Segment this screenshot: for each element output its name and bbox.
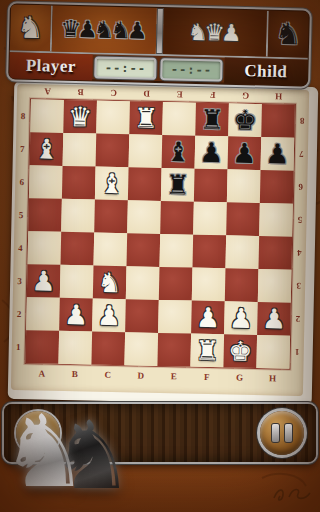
piece-black-rook[interactable]: ♜ (165, 171, 190, 199)
coord-label: 8 (16, 99, 30, 132)
square-c2[interactable]: ♟ (92, 299, 126, 333)
coord-label: D (130, 86, 163, 101)
medallion-decor (16, 411, 60, 455)
square-c7[interactable] (96, 134, 130, 168)
square-g8[interactable]: ♚ (228, 103, 262, 137)
chess-app-screen: { "game": "chess", "position": { "fen": … (0, 0, 320, 512)
square-d4[interactable] (127, 233, 161, 267)
pause-icon (272, 424, 279, 442)
square-h7[interactable]: ♟ (261, 137, 295, 171)
square-c8[interactable] (96, 101, 130, 135)
coord-label: 4 (292, 237, 306, 270)
square-h5[interactable] (259, 203, 293, 237)
pause-button[interactable] (260, 411, 304, 455)
square-b1[interactable] (58, 331, 92, 365)
square-e4[interactable] (159, 234, 193, 268)
square-h8[interactable] (261, 104, 295, 138)
captured-white-pawn: ♟ (221, 21, 242, 44)
coord-label: A (31, 84, 64, 99)
square-c4[interactable] (94, 233, 128, 267)
square-c6[interactable]: ♝ (95, 167, 129, 201)
piece-white-pawn[interactable]: ♟ (97, 302, 122, 330)
piece-white-pawn[interactable]: ♟ (31, 267, 56, 295)
piece-white-pawn[interactable]: ♟ (196, 304, 221, 332)
board-card: ABCDEFGH 87654321 87654321 ABCDEFGH ♛♜♜♚… (8, 81, 319, 405)
square-g6[interactable] (227, 169, 261, 203)
captured-black-pieces-tray: ♛♟♞♞♟ (52, 5, 157, 54)
square-e6[interactable]: ♜ (161, 168, 195, 202)
pause-icon (285, 424, 292, 442)
square-b7[interactable] (63, 133, 97, 167)
top-status-bar: ♞ ♛♟♞♞♟ ♞♛♟ ♞ Player --:-- --:-- Child (9, 4, 309, 85)
coord-label: 1 (290, 336, 304, 369)
square-f5[interactable] (193, 202, 227, 236)
piece-black-rook[interactable]: ♜ (200, 106, 225, 134)
coord-label: 3 (292, 270, 306, 303)
square-d7[interactable] (129, 134, 163, 168)
coord-label: 4 (14, 231, 28, 264)
square-d8[interactable]: ♜ (129, 101, 163, 135)
piece-white-king[interactable]: ♚ (228, 337, 253, 365)
black-player-slot: ♞ (266, 11, 309, 58)
square-a4[interactable] (28, 231, 62, 265)
square-g5[interactable] (226, 202, 260, 236)
coord-label: C (91, 367, 124, 384)
coord-label: D (124, 367, 157, 384)
square-e3[interactable] (159, 267, 193, 301)
coord-label: 2 (291, 303, 305, 336)
piece-white-bishop[interactable]: ♝ (99, 170, 124, 198)
square-e1[interactable] (157, 333, 191, 367)
board-frame: ABCDEFGH 87654321 87654321 ABCDEFGH ♛♜♜♚… (11, 84, 309, 396)
chess-board: ♛♜♜♚♝♝♟♟♟♝♜♟♞♟♟♟♟♟♜♚ (24, 98, 296, 370)
square-a6[interactable] (29, 165, 63, 199)
square-b3[interactable] (60, 265, 94, 299)
square-d5[interactable] (127, 200, 161, 234)
square-d6[interactable] (128, 167, 162, 201)
square-h1[interactable] (256, 335, 290, 369)
square-b2[interactable]: ♟ (59, 298, 93, 332)
square-g2[interactable]: ♟ (224, 301, 258, 335)
captured-white-pieces-tray: ♞♛♟ (162, 8, 267, 57)
coord-label: 8 (295, 105, 309, 138)
piece-black-bishop[interactable]: ♝ (166, 138, 191, 166)
piece-black-pawn[interactable]: ♟ (265, 140, 290, 168)
captured-black-pawn: ♟ (127, 19, 148, 42)
black-knight-icon: ♞ (274, 19, 302, 50)
square-g4[interactable] (225, 235, 259, 269)
square-c5[interactable] (94, 200, 128, 234)
square-b8[interactable]: ♛ (63, 100, 97, 134)
square-h4[interactable] (258, 236, 292, 270)
square-b4[interactable] (61, 232, 95, 266)
square-a5[interactable] (28, 198, 62, 232)
coord-label: E (163, 87, 196, 102)
coord-label: B (64, 85, 97, 100)
square-g3[interactable] (225, 268, 259, 302)
coord-label: A (25, 365, 58, 382)
square-e8[interactable] (162, 102, 196, 136)
coord-label: E (157, 368, 190, 385)
piece-white-knight[interactable]: ♞ (97, 269, 122, 297)
piece-white-rook[interactable]: ♜ (195, 337, 220, 365)
square-d2[interactable] (125, 299, 159, 333)
piece-white-rook[interactable]: ♜ (134, 104, 159, 132)
coord-label: 7 (295, 138, 309, 171)
coord-label: 3 (13, 264, 27, 297)
square-f6[interactable] (194, 169, 228, 203)
square-a3[interactable]: ♟ (27, 264, 61, 298)
white-clock: --:-- (94, 56, 157, 80)
coord-label: 5 (14, 198, 28, 231)
square-b5[interactable] (61, 199, 95, 233)
coord-label: 5 (293, 204, 307, 237)
square-h3[interactable] (258, 269, 292, 303)
captured-pieces-row: ♞ ♛♟♞♞♟ ♞♛♟ ♞ (10, 4, 309, 59)
piece-white-pawn[interactable]: ♟ (229, 304, 254, 332)
coord-label: C (97, 86, 130, 101)
white-player-name: Player (9, 52, 93, 80)
square-f4[interactable] (192, 235, 226, 269)
square-c3[interactable]: ♞ (93, 266, 127, 300)
square-g1[interactable]: ♚ (223, 334, 257, 368)
coord-label: 6 (294, 171, 308, 204)
piece-black-pawn[interactable]: ♟ (232, 139, 257, 167)
piece-white-pawn[interactable]: ♟ (262, 305, 287, 333)
square-f2[interactable]: ♟ (191, 301, 225, 335)
coord-label: B (58, 366, 91, 383)
white-knight-icon: ♞ (17, 13, 45, 44)
square-e2[interactable] (158, 300, 192, 334)
square-f7[interactable]: ♟ (195, 136, 229, 170)
coord-label: 2 (12, 297, 26, 330)
piece-white-bishop[interactable]: ♝ (34, 135, 59, 163)
square-a7[interactable]: ♝ (30, 132, 64, 166)
square-e7[interactable]: ♝ (162, 135, 196, 169)
square-c1[interactable] (91, 332, 125, 366)
square-f8[interactable]: ♜ (195, 103, 229, 137)
coord-label: 1 (11, 330, 25, 363)
square-e5[interactable] (160, 201, 194, 235)
artist-signature (271, 484, 313, 506)
coord-label: F (190, 369, 223, 386)
square-a1[interactable] (25, 330, 59, 364)
piece-white-queen[interactable]: ♛ (68, 103, 93, 131)
piece-white-pawn[interactable]: ♟ (64, 301, 89, 329)
square-f1[interactable]: ♜ (190, 334, 224, 368)
coord-label: G (229, 88, 262, 103)
square-f3[interactable] (192, 268, 226, 302)
square-g7[interactable]: ♟ (228, 136, 262, 170)
coord-label: H (256, 370, 289, 387)
square-a8[interactable] (30, 99, 64, 133)
black-player-name: Child (224, 58, 308, 86)
square-d3[interactable] (126, 266, 160, 300)
black-clock: --:-- (160, 58, 223, 82)
coord-label: G (223, 369, 256, 386)
square-h6[interactable] (260, 170, 294, 204)
square-d1[interactable] (124, 332, 158, 366)
square-h2[interactable]: ♟ (257, 302, 291, 336)
square-a2[interactable] (26, 297, 60, 331)
piece-black-pawn[interactable]: ♟ (199, 139, 224, 167)
coord-label: 6 (15, 165, 29, 198)
square-b6[interactable] (62, 166, 96, 200)
white-player-slot: ♞ (10, 4, 53, 51)
bottom-control-bar (4, 404, 316, 462)
coord-label: H (262, 89, 295, 104)
coord-label: F (196, 88, 229, 103)
coord-label: 7 (16, 132, 30, 165)
piece-black-king[interactable]: ♚ (233, 106, 258, 134)
